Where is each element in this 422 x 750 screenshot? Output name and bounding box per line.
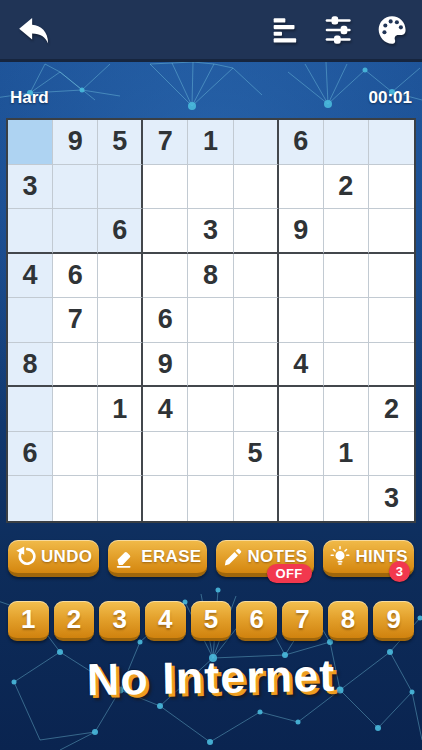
cell-r6c5[interactable] <box>188 343 233 388</box>
cell-r8c7[interactable] <box>279 432 324 477</box>
cell-r4c5[interactable]: 8 <box>188 254 233 299</box>
cell-r3c8[interactable] <box>324 209 369 254</box>
numpad-8[interactable]: 8 <box>328 601 369 641</box>
undo-button[interactable]: UNDO <box>8 540 99 577</box>
cell-r9c6[interactable] <box>234 476 279 521</box>
numpad-7[interactable]: 7 <box>282 601 323 641</box>
cell-r8c6[interactable]: 5 <box>234 432 279 477</box>
cell-r7c9[interactable]: 2 <box>369 387 414 432</box>
cell-r8c8[interactable]: 1 <box>324 432 369 477</box>
notes-off-badge: OFF <box>267 564 312 583</box>
cell-r1c9[interactable] <box>369 120 414 165</box>
hints-count-badge: 3 <box>389 561 410 582</box>
cell-r5c7[interactable] <box>279 298 324 343</box>
numpad-6[interactable]: 6 <box>236 601 277 641</box>
status-row: Hard 00:01 <box>10 88 412 108</box>
cell-r9c5[interactable] <box>188 476 233 521</box>
cell-r2c2[interactable] <box>53 165 98 210</box>
cell-r2c5[interactable] <box>188 165 233 210</box>
cell-r5c3[interactable] <box>98 298 143 343</box>
cell-r7c3[interactable]: 1 <box>98 387 143 432</box>
cell-r7c4[interactable]: 4 <box>143 387 188 432</box>
cell-r8c3[interactable] <box>98 432 143 477</box>
numpad-9[interactable]: 9 <box>373 601 414 641</box>
cell-r9c3[interactable] <box>98 476 143 521</box>
cell-r7c2[interactable] <box>53 387 98 432</box>
cell-r3c4[interactable] <box>143 209 188 254</box>
timer: 00:01 <box>369 88 412 108</box>
cell-r9c4[interactable] <box>143 476 188 521</box>
cell-r9c1[interactable] <box>8 476 53 521</box>
cell-r7c6[interactable] <box>234 387 279 432</box>
cell-r2c3[interactable] <box>98 165 143 210</box>
cell-r2c4[interactable] <box>143 165 188 210</box>
cell-r2c7[interactable] <box>279 165 324 210</box>
numpad-2[interactable]: 2 <box>54 601 95 641</box>
cell-r6c4[interactable]: 9 <box>143 343 188 388</box>
undo-label: UNDO <box>41 547 92 567</box>
cell-r2c6[interactable] <box>234 165 279 210</box>
erase-icon <box>114 546 136 568</box>
cell-r7c1[interactable] <box>8 387 53 432</box>
notes-button[interactable]: NOTES OFF <box>216 540 313 577</box>
cell-r4c8[interactable] <box>324 254 369 299</box>
cell-r5c4[interactable]: 6 <box>143 298 188 343</box>
palette-icon[interactable] <box>376 14 408 46</box>
numpad-1[interactable]: 1 <box>8 601 49 641</box>
cell-r9c9[interactable]: 3 <box>369 476 414 521</box>
appbar <box>0 0 422 62</box>
cell-r4c1[interactable]: 4 <box>8 254 53 299</box>
cell-r3c1[interactable] <box>8 209 53 254</box>
cell-r2c8[interactable]: 2 <box>324 165 369 210</box>
cell-r2c1[interactable]: 3 <box>8 165 53 210</box>
cell-r6c1[interactable]: 8 <box>8 343 53 388</box>
cell-r1c6[interactable] <box>234 120 279 165</box>
cell-r8c5[interactable] <box>188 432 233 477</box>
cell-r6c3[interactable] <box>98 343 143 388</box>
numpad-3[interactable]: 3 <box>99 601 140 641</box>
cell-r9c2[interactable] <box>53 476 98 521</box>
cell-r5c2[interactable]: 7 <box>53 298 98 343</box>
cell-r7c5[interactable] <box>188 387 233 432</box>
cell-r1c1[interactable] <box>8 120 53 165</box>
cell-r6c8[interactable] <box>324 343 369 388</box>
cell-r5c6[interactable] <box>234 298 279 343</box>
cell-r6c7[interactable]: 4 <box>279 343 324 388</box>
erase-button[interactable]: ERASE <box>108 540 207 577</box>
cell-r3c5[interactable]: 3 <box>188 209 233 254</box>
cell-r4c3[interactable] <box>98 254 143 299</box>
cell-r4c7[interactable] <box>279 254 324 299</box>
cell-r3c6[interactable] <box>234 209 279 254</box>
cell-r6c9[interactable] <box>369 343 414 388</box>
cell-r1c8[interactable] <box>324 120 369 165</box>
erase-label: ERASE <box>141 547 201 567</box>
cell-r7c7[interactable] <box>279 387 324 432</box>
cell-r3c2[interactable] <box>53 209 98 254</box>
cell-r8c9[interactable] <box>369 432 414 477</box>
back-icon[interactable] <box>14 12 52 48</box>
cell-r5c8[interactable] <box>324 298 369 343</box>
cell-r3c3[interactable]: 6 <box>98 209 143 254</box>
action-bar: UNDO ERASE NOTES OFF <box>8 540 414 577</box>
cell-r5c5[interactable] <box>188 298 233 343</box>
numpad-4[interactable]: 4 <box>145 601 186 641</box>
cell-r3c9[interactable] <box>369 209 414 254</box>
cell-r3c7[interactable]: 9 <box>279 209 324 254</box>
numpad: 123456789 <box>8 601 414 641</box>
hints-button[interactable]: HINTS 3 <box>323 540 415 577</box>
cell-r1c7[interactable]: 6 <box>279 120 324 165</box>
stats-bars-icon[interactable] <box>272 15 302 45</box>
cell-r6c6[interactable] <box>234 343 279 388</box>
cell-r4c2[interactable]: 6 <box>53 254 98 299</box>
cell-r1c4[interactable]: 7 <box>143 120 188 165</box>
hints-bulb-icon <box>329 546 351 568</box>
app-title: No Internet <box>0 648 422 707</box>
cell-r4c4[interactable] <box>143 254 188 299</box>
sudoku-app-screen: Hard 00:01 9571632639468768941426513 UND… <box>0 0 422 750</box>
notes-pencil-icon <box>222 547 242 567</box>
cell-r8c2[interactable] <box>53 432 98 477</box>
cell-r8c1[interactable]: 6 <box>8 432 53 477</box>
cell-r5c9[interactable] <box>369 298 414 343</box>
cell-r1c5[interactable]: 1 <box>188 120 233 165</box>
cell-r6c2[interactable] <box>53 343 98 388</box>
undo-icon <box>15 546 36 567</box>
cell-r7c8[interactable] <box>324 387 369 432</box>
cell-r8c4[interactable] <box>143 432 188 477</box>
cell-r4c6[interactable] <box>234 254 279 299</box>
appbar-actions <box>272 14 408 46</box>
cell-r1c3[interactable]: 5 <box>98 120 143 165</box>
cell-r9c8[interactable] <box>324 476 369 521</box>
cell-r9c7[interactable] <box>279 476 324 521</box>
cell-r5c1[interactable] <box>8 298 53 343</box>
sudoku-board: 9571632639468768941426513 <box>6 118 416 523</box>
numpad-5[interactable]: 5 <box>191 601 232 641</box>
difficulty-label: Hard <box>10 88 49 108</box>
cell-r2c9[interactable] <box>369 165 414 210</box>
cell-r4c9[interactable] <box>369 254 414 299</box>
sliders-icon[interactable] <box>324 15 354 45</box>
cell-r1c2[interactable]: 9 <box>53 120 98 165</box>
